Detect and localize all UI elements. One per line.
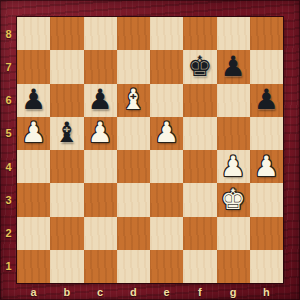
file-label-c: c — [84, 283, 117, 300]
square-g2[interactable] — [217, 217, 250, 250]
white-pawn[interactable]: ♟ — [150, 117, 183, 150]
square-c8[interactable] — [84, 17, 117, 50]
square-f6[interactable] — [183, 84, 216, 117]
square-e5[interactable]: ♟ — [150, 117, 183, 150]
file-label-b: b — [50, 283, 83, 300]
square-a3[interactable] — [17, 183, 50, 216]
white-pawn[interactable]: ♟ — [217, 150, 250, 183]
square-c2[interactable] — [84, 217, 117, 250]
black-pawn[interactable]: ♟ — [250, 84, 283, 117]
square-a5[interactable]: ♟ — [17, 117, 50, 150]
file-label-h: h — [250, 283, 283, 300]
white-pawn[interactable]: ♟ — [17, 117, 50, 150]
square-e4[interactable] — [150, 150, 183, 183]
square-c5[interactable]: ♟ — [84, 117, 117, 150]
white-pawn[interactable]: ♟ — [250, 150, 283, 183]
square-a2[interactable] — [17, 217, 50, 250]
square-c7[interactable] — [84, 50, 117, 83]
black-pawn[interactable]: ♟ — [17, 84, 50, 117]
square-b8[interactable] — [50, 17, 83, 50]
square-f8[interactable] — [183, 17, 216, 50]
square-g4[interactable]: ♟ — [217, 150, 250, 183]
square-a1[interactable] — [17, 250, 50, 283]
square-g1[interactable] — [217, 250, 250, 283]
rank-label-8: 8 — [0, 17, 17, 50]
black-king[interactable]: ♚ — [183, 50, 216, 83]
rank-label-4: 4 — [0, 150, 17, 183]
square-b3[interactable] — [50, 183, 83, 216]
square-g7[interactable]: ♟ — [217, 50, 250, 83]
square-e1[interactable] — [150, 250, 183, 283]
rank-label-1: 1 — [0, 250, 17, 283]
black-bishop[interactable]: ♝ — [50, 117, 83, 150]
square-c4[interactable] — [84, 150, 117, 183]
white-bishop[interactable]: ♝ — [117, 84, 150, 117]
file-label-a: a — [17, 283, 50, 300]
square-b1[interactable] — [50, 250, 83, 283]
square-h8[interactable] — [250, 17, 283, 50]
square-e2[interactable] — [150, 217, 183, 250]
square-h3[interactable] — [250, 183, 283, 216]
square-g8[interactable] — [217, 17, 250, 50]
file-label-e: e — [150, 283, 183, 300]
square-g3[interactable]: ♚ — [217, 183, 250, 216]
square-e6[interactable] — [150, 84, 183, 117]
square-h7[interactable] — [250, 50, 283, 83]
chess-board: ♚♟♟♟♝♟♟♝♟♟♟♟♚ — [17, 17, 283, 283]
square-h2[interactable] — [250, 217, 283, 250]
board-frame: 87654321 abcdefgh ♚♟♟♟♝♟♟♝♟♟♟♟♚ — [0, 0, 300, 300]
square-f5[interactable] — [183, 117, 216, 150]
rank-label-6: 6 — [0, 84, 17, 117]
square-f3[interactable] — [183, 183, 216, 216]
square-b2[interactable] — [50, 217, 83, 250]
square-c3[interactable] — [84, 183, 117, 216]
square-b6[interactable] — [50, 84, 83, 117]
square-d7[interactable] — [117, 50, 150, 83]
square-f7[interactable]: ♚ — [183, 50, 216, 83]
square-f2[interactable] — [183, 217, 216, 250]
square-c1[interactable] — [84, 250, 117, 283]
square-a6[interactable]: ♟ — [17, 84, 50, 117]
square-a8[interactable] — [17, 17, 50, 50]
square-b5[interactable]: ♝ — [50, 117, 83, 150]
file-label-d: d — [117, 283, 150, 300]
square-d8[interactable] — [117, 17, 150, 50]
file-label-f: f — [183, 283, 216, 300]
square-g5[interactable] — [217, 117, 250, 150]
square-b4[interactable] — [50, 150, 83, 183]
black-pawn[interactable]: ♟ — [217, 50, 250, 83]
square-d1[interactable] — [117, 250, 150, 283]
black-pawn[interactable]: ♟ — [84, 84, 117, 117]
rank-label-5: 5 — [0, 117, 17, 150]
square-g6[interactable] — [217, 84, 250, 117]
square-b7[interactable] — [50, 50, 83, 83]
square-a7[interactable] — [17, 50, 50, 83]
square-d2[interactable] — [117, 217, 150, 250]
square-h4[interactable]: ♟ — [250, 150, 283, 183]
rank-labels: 87654321 — [0, 17, 17, 283]
square-e7[interactable] — [150, 50, 183, 83]
square-d4[interactable] — [117, 150, 150, 183]
square-a4[interactable] — [17, 150, 50, 183]
white-pawn[interactable]: ♟ — [84, 117, 117, 150]
square-d5[interactable] — [117, 117, 150, 150]
square-h6[interactable]: ♟ — [250, 84, 283, 117]
square-h5[interactable] — [250, 117, 283, 150]
white-king[interactable]: ♚ — [217, 183, 250, 216]
square-f1[interactable] — [183, 250, 216, 283]
file-labels: abcdefgh — [17, 283, 283, 300]
square-e8[interactable] — [150, 17, 183, 50]
square-e3[interactable] — [150, 183, 183, 216]
rank-label-3: 3 — [0, 183, 17, 216]
square-c6[interactable]: ♟ — [84, 84, 117, 117]
square-f4[interactable] — [183, 150, 216, 183]
square-h1[interactable] — [250, 250, 283, 283]
file-label-g: g — [217, 283, 250, 300]
square-d6[interactable]: ♝ — [117, 84, 150, 117]
rank-label-2: 2 — [0, 217, 17, 250]
square-d3[interactable] — [117, 183, 150, 216]
rank-label-7: 7 — [0, 50, 17, 83]
